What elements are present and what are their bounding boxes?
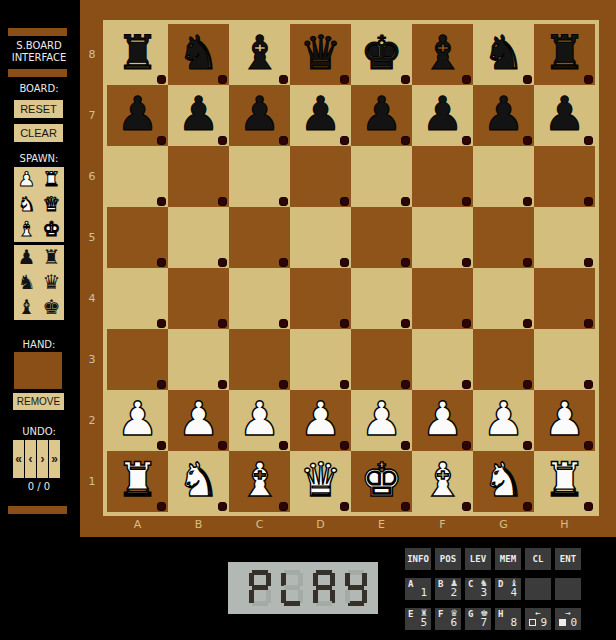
square-g3[interactable] — [473, 329, 534, 390]
key-letter: G — [468, 609, 473, 619]
clear-button[interactable]: CLEAR — [14, 124, 63, 142]
spawn-white-b[interactable]: ♝ — [14, 217, 39, 242]
square-led — [401, 441, 410, 450]
key-label: ENT — [555, 548, 581, 570]
square-led — [401, 197, 410, 206]
key-letter: A — [408, 579, 413, 589]
square-e7[interactable]: ♟ — [351, 85, 412, 146]
key-digit: 6 — [450, 616, 457, 629]
key-digit: 4 — [510, 586, 517, 599]
square-led — [340, 75, 349, 84]
rank-label-3: 3 — [84, 329, 100, 390]
square-h7[interactable]: ♟ — [534, 85, 595, 146]
app-title-line1: S.BOARD — [0, 40, 78, 52]
square-c7[interactable]: ♟ — [229, 85, 290, 146]
square-c3[interactable] — [229, 329, 290, 390]
square-h4[interactable] — [534, 268, 595, 329]
square-led — [462, 75, 471, 84]
key-0[interactable]: →0 — [555, 608, 581, 630]
square-a2[interactable]: ♟ — [107, 390, 168, 451]
app-title-line2: INTERFACE — [0, 52, 78, 64]
board-section-label: BOARD: — [0, 83, 78, 94]
key-b2[interactable]: B♟2 — [435, 578, 461, 600]
square-led — [157, 502, 166, 511]
square-f5[interactable] — [412, 207, 473, 268]
square-led — [279, 502, 288, 511]
square-e8[interactable]: ♚ — [351, 24, 412, 85]
key-9[interactable]: ←9 — [525, 608, 551, 630]
square-d1[interactable]: ♛ — [290, 451, 351, 512]
key-pos[interactable]: POS — [435, 548, 461, 570]
spawn-palette-white: ♟♜♞♛♝♚ — [14, 167, 64, 242]
lcd-digit-P — [249, 570, 271, 606]
square-led — [157, 258, 166, 267]
key-blank[interactable] — [525, 578, 551, 600]
square-b5[interactable] — [168, 207, 229, 268]
key-e5[interactable]: E♜5 — [405, 608, 431, 630]
square-led — [462, 502, 471, 511]
board-inner-border: ♜♞♝♛♚♝♞♜♟♟♟♟♟♟♟♟♟♟♟♟♟♟♟♟♜♞♝♛♚♝♞♜ — [103, 20, 599, 516]
square-led — [279, 136, 288, 145]
square-b2[interactable]: ♟ — [168, 390, 229, 451]
square-b7[interactable]: ♟ — [168, 85, 229, 146]
square-f1[interactable]: ♝ — [412, 451, 473, 512]
spawn-black-b[interactable]: ♝ — [14, 295, 39, 320]
lcd-segment — [281, 590, 286, 603]
square-led — [340, 502, 349, 511]
lcd-segment — [316, 585, 332, 590]
sidebar: S.BOARD INTERFACE BOARD: RESET CLEAR SPA… — [0, 0, 80, 640]
key-digit: 2 — [450, 586, 457, 599]
square-led — [340, 380, 349, 389]
hand-section-label: HAND: — [0, 339, 78, 350]
key-ent[interactable]: ENT — [555, 548, 581, 570]
square-c5[interactable] — [229, 207, 290, 268]
square-led — [157, 380, 166, 389]
spawn-black-k[interactable]: ♚ — [39, 295, 64, 320]
key-h8[interactable]: H8 — [495, 608, 521, 630]
key-digit: 0 — [570, 616, 577, 629]
square-b3[interactable] — [168, 329, 229, 390]
square-a3[interactable] — [107, 329, 168, 390]
divider-bar — [8, 506, 67, 514]
undo-first-button[interactable]: « — [13, 440, 24, 478]
square-f4[interactable] — [412, 268, 473, 329]
square-led — [523, 441, 532, 450]
lcd-segment — [345, 590, 350, 603]
square-led — [340, 136, 349, 145]
square-led — [279, 319, 288, 328]
rank-label-8: 8 — [84, 24, 100, 85]
divider-bar — [8, 28, 67, 36]
empty-square-icon — [529, 619, 536, 626]
square-led — [279, 441, 288, 450]
square-led — [584, 197, 593, 206]
square-led — [462, 380, 471, 389]
square-h1[interactable]: ♜ — [534, 451, 595, 512]
remove-button[interactable]: REMOVE — [13, 393, 64, 410]
square-led — [523, 380, 532, 389]
square-led — [462, 197, 471, 206]
square-led — [462, 319, 471, 328]
square-led — [218, 502, 227, 511]
lcd-segment — [348, 601, 364, 606]
square-d7[interactable]: ♟ — [290, 85, 351, 146]
undo-last-button[interactable]: » — [49, 440, 60, 478]
square-led — [340, 197, 349, 206]
square-led — [523, 258, 532, 267]
lcd-segment — [316, 601, 332, 606]
square-led — [584, 441, 593, 450]
square-f2[interactable]: ♟ — [412, 390, 473, 451]
square-led — [279, 197, 288, 206]
key-lev[interactable]: LEV — [465, 548, 491, 570]
square-led — [462, 441, 471, 450]
spawn-black-q[interactable]: ♛ — [39, 270, 64, 295]
lcd-segment — [284, 601, 300, 606]
chess-computer-ui: S.BOARD INTERFACE BOARD: RESET CLEAR SPA… — [0, 0, 616, 640]
square-f8[interactable]: ♝ — [412, 24, 473, 85]
key-mem[interactable]: MEM — [495, 548, 521, 570]
square-g4[interactable] — [473, 268, 534, 329]
spawn-section-label: SPAWN: — [0, 153, 78, 164]
key-label: MEM — [495, 548, 521, 570]
square-e3[interactable] — [351, 329, 412, 390]
lcd-segment — [252, 601, 268, 606]
square-led — [523, 136, 532, 145]
key-cl[interactable]: CL — [525, 548, 551, 570]
key-letter: E — [408, 609, 413, 619]
key-letter: F — [438, 609, 443, 619]
square-b8[interactable]: ♞ — [168, 24, 229, 85]
key-digit: 8 — [510, 616, 517, 629]
square-led — [157, 75, 166, 84]
square-h6[interactable] — [534, 146, 595, 207]
square-b4[interactable] — [168, 268, 229, 329]
lcd-segment — [252, 585, 268, 590]
square-led — [584, 502, 593, 511]
square-led — [584, 319, 593, 328]
square-led — [401, 258, 410, 267]
square-led — [218, 258, 227, 267]
file-label-d: D — [290, 517, 351, 533]
key-digit: 3 — [480, 586, 487, 599]
square-d2[interactable]: ♟ — [290, 390, 351, 451]
key-c3[interactable]: C♞3 — [465, 578, 491, 600]
spawn-palette-black: ♟♜♞♛♝♚ — [14, 245, 64, 320]
square-led — [340, 441, 349, 450]
key-a1[interactable]: A1 — [405, 578, 431, 600]
square-led — [157, 197, 166, 206]
square-led — [584, 258, 593, 267]
square-led — [523, 75, 532, 84]
filled-square-icon — [559, 619, 566, 626]
undo-section-label: UNDO: — [0, 426, 78, 437]
rank-label-7: 7 — [84, 85, 100, 146]
square-c4[interactable] — [229, 268, 290, 329]
key-label: CL — [525, 548, 551, 570]
square-a4[interactable] — [107, 268, 168, 329]
square-led — [340, 258, 349, 267]
square-led — [340, 319, 349, 328]
spawn-white-n[interactable]: ♞ — [14, 192, 39, 217]
square-a6[interactable] — [107, 146, 168, 207]
square-h2[interactable]: ♟ — [534, 390, 595, 451]
square-c6[interactable] — [229, 146, 290, 207]
lcd-digits — [249, 570, 377, 606]
square-d5[interactable] — [290, 207, 351, 268]
square-e1[interactable]: ♚ — [351, 451, 412, 512]
square-e5[interactable] — [351, 207, 412, 268]
square-led — [218, 319, 227, 328]
square-led — [401, 319, 410, 328]
spawn-white-q[interactable]: ♛ — [39, 192, 64, 217]
square-led — [157, 441, 166, 450]
square-led — [401, 502, 410, 511]
square-d4[interactable] — [290, 268, 351, 329]
square-a7[interactable]: ♟ — [107, 85, 168, 146]
spawn-white-p[interactable]: ♟ — [14, 167, 39, 192]
file-label-c: C — [229, 517, 290, 533]
rank-label-6: 6 — [84, 146, 100, 207]
square-b6[interactable] — [168, 146, 229, 207]
square-led — [218, 136, 227, 145]
square-e4[interactable] — [351, 268, 412, 329]
square-c1[interactable]: ♝ — [229, 451, 290, 512]
square-d3[interactable] — [290, 329, 351, 390]
rank-label-4: 4 — [84, 268, 100, 329]
square-led — [401, 75, 410, 84]
square-c8[interactable]: ♝ — [229, 24, 290, 85]
lcd-segment — [348, 585, 364, 590]
spawn-white-r[interactable]: ♜ — [39, 167, 64, 192]
square-led — [218, 75, 227, 84]
square-f7[interactable]: ♟ — [412, 85, 473, 146]
square-h3[interactable] — [534, 329, 595, 390]
key-d4[interactable]: D♝4 — [495, 578, 521, 600]
lcd-segment — [284, 585, 300, 590]
square-led — [584, 75, 593, 84]
key-blank[interactable] — [555, 578, 581, 600]
file-label-a: A — [107, 517, 168, 533]
square-a5[interactable] — [107, 207, 168, 268]
square-g7[interactable]: ♟ — [473, 85, 534, 146]
key-label: INFO — [405, 548, 431, 570]
rank-label-1: 1 — [84, 451, 100, 512]
key-digit: 1 — [420, 586, 427, 599]
square-d6[interactable] — [290, 146, 351, 207]
square-led — [279, 75, 288, 84]
key-label: POS — [435, 548, 461, 570]
key-letter: C — [468, 579, 473, 589]
square-a8[interactable]: ♜ — [107, 24, 168, 85]
lcd-digit-A — [313, 570, 335, 606]
left-arrow-icon: ← — [525, 608, 551, 618]
undo-back-button[interactable]: ‹ — [25, 440, 36, 478]
reset-button[interactable]: RESET — [14, 100, 63, 118]
key-letter: H — [498, 609, 503, 619]
key-g7[interactable]: G♚7 — [465, 608, 491, 630]
square-led — [401, 136, 410, 145]
file-label-h: H — [534, 517, 595, 533]
square-e6[interactable] — [351, 146, 412, 207]
key-f6[interactable]: F♛6 — [435, 608, 461, 630]
file-label-e: E — [351, 517, 412, 533]
keypad: INFOPOSLEVMEMCLENTA1B♟2C♞3D♝4E♜5F♛6G♚7H8… — [405, 548, 581, 630]
key-digit: 5 — [420, 616, 427, 629]
undo-forward-button[interactable]: › — [37, 440, 48, 478]
square-led — [157, 136, 166, 145]
square-led — [218, 441, 227, 450]
square-led — [279, 380, 288, 389]
chess-board-frame: 87654321 ♜♞♝♛♚♝♞♜♟♟♟♟♟♟♟♟♟♟♟♟♟♟♟♟♜♞♝♛♚♝♞… — [80, 0, 616, 537]
lcd-digit-Y — [345, 570, 367, 606]
square-led — [523, 502, 532, 511]
square-led — [462, 258, 471, 267]
square-led — [157, 319, 166, 328]
divider-bar — [8, 69, 67, 77]
spawn-black-p[interactable]: ♟ — [14, 245, 39, 270]
square-g5[interactable] — [473, 207, 534, 268]
app-title: S.BOARD INTERFACE — [0, 40, 78, 64]
file-label-g: G — [473, 517, 534, 533]
square-b1[interactable]: ♞ — [168, 451, 229, 512]
square-c2[interactable]: ♟ — [229, 390, 290, 451]
key-letter: D — [498, 579, 503, 589]
key-label: LEV — [465, 548, 491, 570]
square-led — [584, 136, 593, 145]
square-h8[interactable]: ♜ — [534, 24, 595, 85]
square-h5[interactable] — [534, 207, 595, 268]
lcd-digit-L — [281, 570, 303, 606]
square-d8[interactable]: ♛ — [290, 24, 351, 85]
lcd-segment — [249, 590, 254, 603]
square-a1[interactable]: ♜ — [107, 451, 168, 512]
spawn-black-n[interactable]: ♞ — [14, 270, 39, 295]
square-g6[interactable] — [473, 146, 534, 207]
square-g1[interactable]: ♞ — [473, 451, 534, 512]
square-led — [279, 258, 288, 267]
key-digit: 7 — [480, 616, 487, 629]
chess-board: ♜♞♝♛♚♝♞♜♟♟♟♟♟♟♟♟♟♟♟♟♟♟♟♟♜♞♝♛♚♝♞♜ — [107, 24, 595, 512]
rank-label-5: 5 — [84, 207, 100, 268]
file-label-f: F — [412, 517, 473, 533]
hand-display — [14, 352, 62, 389]
lcd-segment — [313, 590, 318, 603]
rank-label-2: 2 — [84, 390, 100, 451]
file-label-b: B — [168, 517, 229, 533]
key-letter: B — [438, 579, 443, 589]
square-led — [584, 380, 593, 389]
square-f6[interactable] — [412, 146, 473, 207]
right-arrow-icon: → — [555, 608, 581, 618]
square-f3[interactable] — [412, 329, 473, 390]
square-g2[interactable]: ♟ — [473, 390, 534, 451]
lcd-display — [228, 562, 378, 614]
square-g8[interactable]: ♞ — [473, 24, 534, 85]
square-led — [523, 319, 532, 328]
square-e2[interactable]: ♟ — [351, 390, 412, 451]
key-info[interactable]: INFO — [405, 548, 431, 570]
square-led — [401, 380, 410, 389]
square-led — [218, 380, 227, 389]
spawn-white-k[interactable]: ♚ — [39, 217, 64, 242]
square-led — [462, 136, 471, 145]
key-digit: 9 — [540, 616, 547, 629]
square-led — [523, 197, 532, 206]
square-led — [218, 197, 227, 206]
spawn-black-r[interactable]: ♜ — [39, 245, 64, 270]
undo-count: 0 / 0 — [0, 481, 78, 492]
